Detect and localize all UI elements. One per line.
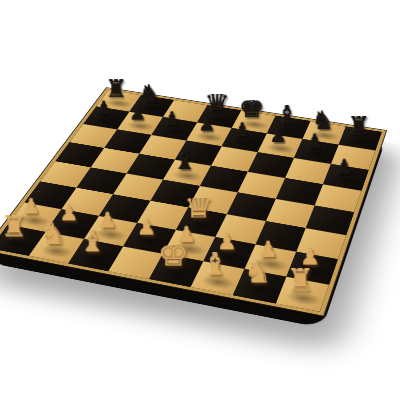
piece-shadow [301,148,334,162]
piece-shadow [131,234,169,251]
square-h6: ♟ [323,164,369,191]
piece-white-knight: ♞ [32,222,74,264]
chess-board-frame: ♜♞♛♚♝♞♜♟♟♟♟♟♟♟♟♝♛♟♟♟♟♟♟♟♟♜♞♝♚♝♞♜ [0,88,386,316]
piece-white-knight: ♞ [235,260,279,304]
square-c2: ♟ [84,216,137,246]
piece-shadow [54,220,92,236]
piece-white-bishop: ♝ [71,230,114,273]
product-photo: ♜♞♛♚♝♞♜♟♟♟♟♟♟♟♟♝♛♟♟♟♟♟♟♟♟♜♞♝♚♝♞♜ [0,0,400,400]
piece-shadow [37,243,76,260]
piece-shadow [284,289,323,308]
piece-shadow [199,273,238,291]
piece-shadow [253,256,291,274]
square-d5: ♝ [163,160,211,186]
piece-shadow [136,103,168,115]
chess-board: ♜♞♛♚♝♞♜♟♟♟♟♟♟♟♟♝♛♟♟♟♟♟♟♟♟♜♞♝♚♝♞♜ [0,88,386,316]
square-g5 [276,178,323,206]
square-b1: ♞ [29,232,84,264]
piece-shadow [241,281,280,300]
piece-shadow [92,227,130,244]
piece-white-bishop: ♝ [193,252,237,296]
square-a5 [55,142,104,167]
piece-shadow [77,250,116,267]
square-h3 [296,228,346,259]
piece-shadow [170,169,205,183]
board-scene: ♜♞♛♚♝♞♜♟♟♟♟♟♟♟♟♝♛♟♟♟♟♟♟♟♟♜♞♝♚♝♞♜ [16,100,362,295]
piece-shadow [294,263,332,281]
piece-shadow [157,265,196,283]
